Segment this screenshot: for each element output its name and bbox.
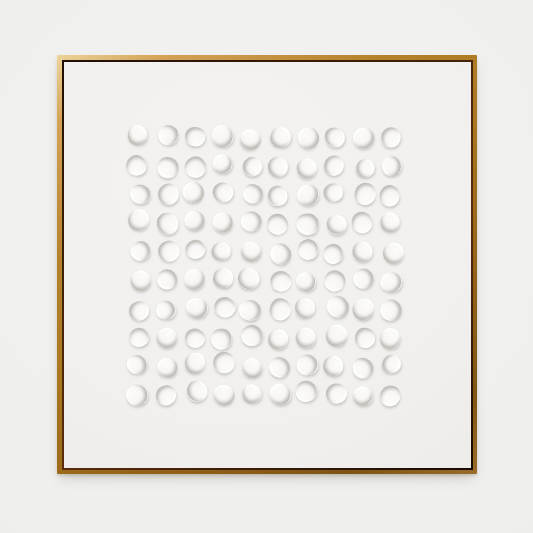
grid-cell (293, 294, 321, 323)
grid-cell (237, 351, 265, 380)
grid-cell (293, 266, 321, 295)
grid-cell (265, 180, 293, 209)
relief-dot (157, 327, 177, 347)
grid-cell (377, 237, 405, 266)
grid-cell (181, 380, 209, 409)
relief-dot-surface (266, 353, 293, 380)
grid-cell (321, 180, 349, 209)
relief-dot (353, 268, 373, 288)
relief-dot-surface (210, 328, 231, 350)
grid-cell (125, 266, 153, 295)
relief-dot-surface (183, 125, 207, 148)
relief-dot (382, 128, 401, 148)
grid-cell (125, 237, 153, 266)
relief-dot (213, 154, 232, 173)
grid-cell (153, 294, 181, 323)
relief-dot-surface (240, 154, 266, 180)
relief-dot (382, 156, 401, 176)
relief-dot-surface (213, 352, 235, 374)
relief-dot-surface (320, 179, 346, 205)
grid-cell (209, 237, 237, 266)
relief-dot (157, 269, 177, 289)
relief-dot (131, 184, 150, 204)
relief-dot (129, 301, 149, 320)
grid-cell (377, 152, 405, 181)
relief-dot-surface (128, 181, 154, 207)
relief-dot-surface (263, 210, 291, 239)
relief-dot (268, 329, 288, 349)
grid-cell (209, 152, 237, 181)
relief-dot-surface (238, 354, 265, 382)
relief-dot-surface (352, 127, 373, 149)
grid-cell (125, 209, 153, 238)
relief-dot-surface (155, 181, 182, 208)
relief-dot (157, 358, 177, 377)
grid-cell (237, 380, 265, 409)
relief-dot-surface (210, 265, 235, 291)
grid-cell (237, 294, 265, 323)
relief-dot-surface (376, 325, 404, 353)
relief-dot (184, 354, 205, 374)
relief-dot (327, 296, 348, 318)
grid-cell (293, 209, 321, 238)
relief-dot (353, 242, 373, 262)
grid-cell (237, 209, 265, 238)
grid-cell (237, 152, 265, 181)
relief-dot-surface (153, 324, 181, 352)
relief-dot (270, 127, 291, 147)
relief-dot-surface (238, 207, 266, 234)
relief-dot (269, 299, 290, 321)
relief-dot-surface (353, 325, 377, 349)
relief-dot (130, 241, 150, 260)
relief-dot-surface (322, 124, 348, 150)
relief-dot (297, 213, 318, 235)
grid-cell (153, 323, 181, 352)
relief-dot (213, 212, 232, 232)
relief-dot-surface (293, 378, 319, 404)
grid-cell (125, 152, 153, 181)
relief-dot-surface (126, 123, 149, 147)
relief-dot (269, 157, 289, 177)
grid-cell (349, 380, 377, 409)
relief-dot-surface (322, 292, 352, 322)
relief-dot-surface (209, 381, 237, 409)
relief-dot-surface (209, 239, 233, 263)
relief-dot-surface (378, 152, 405, 179)
grid-cell (265, 323, 293, 352)
grid-cell (321, 209, 349, 238)
relief-dot (131, 270, 151, 290)
grid-cell (349, 209, 377, 238)
relief-dot-surface (211, 293, 239, 321)
relief-dot-surface (296, 126, 320, 150)
grid-cell (153, 266, 181, 295)
relief-dot-surface (378, 269, 405, 295)
relief-dot-surface (267, 296, 292, 322)
relief-dot (326, 324, 347, 346)
relief-dot (296, 381, 317, 402)
relief-dot-surface (157, 269, 177, 289)
grid-cell (293, 351, 321, 380)
relief-dot (381, 272, 402, 292)
relief-dot (243, 184, 262, 204)
grid-cell (181, 294, 209, 323)
relief-dot-surface (180, 179, 206, 205)
grid-cell (349, 294, 377, 323)
relief-dot-surface (349, 383, 376, 410)
grid-cell (265, 209, 293, 238)
relief-dot (157, 158, 178, 179)
relief-dot-surface (156, 385, 177, 405)
relief-dot-surface (323, 322, 350, 349)
grid-cell (349, 152, 377, 181)
relief-dot (380, 386, 400, 407)
relief-dot (214, 352, 235, 373)
relief-dot-surface (181, 153, 210, 182)
grid-cell (125, 180, 153, 209)
relief-dot-surface (238, 238, 265, 265)
relief-dot-surface (269, 126, 291, 149)
grid-cell (349, 266, 377, 295)
relief-dot (296, 328, 316, 348)
grid-cell (321, 123, 349, 152)
relief-dot (242, 384, 261, 402)
relief-dot-surface (236, 126, 264, 154)
grid-cell (125, 323, 153, 352)
grid-cell (237, 237, 265, 266)
relief-dot (352, 212, 373, 233)
relief-dot-surface (183, 378, 212, 406)
relief-dot-surface (321, 241, 345, 266)
relief-dot (182, 181, 203, 202)
relief-dot (297, 158, 317, 178)
grid-cell (209, 351, 237, 380)
relief-dot-surface (296, 272, 317, 292)
relief-dot (353, 127, 374, 148)
relief-dot (270, 243, 290, 264)
grid-cell (237, 180, 265, 209)
relief-dot (269, 356, 289, 377)
grid-cell (153, 180, 181, 209)
grid-cell (209, 123, 237, 152)
grid-cell (293, 180, 321, 209)
relief-dot (185, 127, 205, 146)
grid-cell (209, 266, 237, 295)
relief-dot-surface (128, 238, 153, 263)
relief-dot (380, 213, 400, 232)
relief-dot (156, 385, 176, 405)
relief-dot (212, 242, 231, 260)
relief-dot-surface (378, 351, 405, 377)
relief-dot (324, 156, 344, 176)
relief-dot (185, 329, 205, 348)
relief-dot (239, 299, 260, 320)
relief-dot (128, 354, 147, 374)
relief-dot (239, 269, 260, 290)
relief-dot-surface (152, 209, 182, 239)
relief-dot (295, 298, 315, 318)
relief-dot (297, 184, 318, 205)
relief-dot-surface (123, 350, 150, 377)
grid-cell (153, 351, 181, 380)
relief-dot (184, 269, 204, 290)
relief-dot-surface (210, 124, 235, 150)
relief-dot-surface (350, 296, 377, 323)
grid-cell (125, 380, 153, 409)
relief-dot-surface (156, 356, 178, 378)
grid-cell (237, 123, 265, 152)
relief-dot-surface (326, 214, 347, 235)
grid-cell (153, 237, 181, 266)
relief-dot-surface (321, 267, 347, 293)
relief-dot (353, 386, 372, 405)
relief-dot-surface (155, 122, 181, 148)
relief-dot-surface (267, 267, 295, 294)
relief-dot (353, 299, 374, 321)
relief-dot (187, 381, 207, 402)
relief-dot (297, 355, 318, 375)
relief-dot-surface (240, 382, 263, 406)
grid-cell (349, 351, 377, 380)
grid-cell (181, 180, 209, 209)
relief-dot (241, 211, 261, 231)
relief-dot-surface (352, 155, 378, 181)
grid-cell (265, 152, 293, 181)
relief-dot (241, 242, 261, 261)
relief-dot (327, 214, 346, 234)
relief-dot-surface (126, 298, 152, 324)
relief-dot-surface (241, 324, 264, 347)
relief-dot-surface (184, 352, 205, 374)
relief-dot-surface (296, 212, 319, 235)
relief-dot (268, 187, 287, 207)
grid-cell (321, 294, 349, 323)
relief-dot (186, 298, 207, 318)
relief-dot (324, 270, 345, 291)
grid-cell (265, 351, 293, 380)
relief-dot-surface (183, 209, 206, 232)
relief-dot-surface (182, 325, 208, 351)
relief-dot-surface (325, 383, 348, 405)
grid-cell (265, 237, 293, 266)
relief-dot-surface (268, 329, 288, 350)
relief-dot (156, 301, 175, 319)
relief-dot-surface (377, 183, 403, 209)
relief-dot (270, 384, 291, 405)
relief-dot (186, 240, 205, 259)
relief-dot (128, 210, 149, 231)
relief-dot-surface (183, 236, 209, 262)
grid-cell (321, 237, 349, 266)
relief-dot-surface (127, 209, 149, 231)
relief-dot-surface (213, 212, 232, 232)
grid-cell (377, 266, 405, 295)
grid-cell (377, 123, 405, 152)
grid-cell (237, 323, 265, 352)
relief-dot-surface (123, 152, 150, 179)
grid-cell (181, 152, 209, 181)
relief-dot-surface (351, 241, 374, 264)
grid-cell (237, 266, 265, 295)
relief-dot-surface (350, 264, 378, 291)
grid-cell (377, 209, 405, 238)
relief-dot-surface (123, 381, 152, 410)
grid-cell (209, 209, 237, 238)
relief-dot-surface (268, 382, 294, 408)
relief-dot-surface (381, 241, 406, 265)
relief-dot (298, 240, 318, 260)
relief-dot-surface (153, 297, 179, 324)
grid-cell (349, 237, 377, 266)
grid-cell (377, 294, 405, 323)
grid-cell (293, 237, 321, 266)
relief-dot-surface (127, 267, 155, 295)
grid-cell (209, 380, 237, 409)
relief-dot-surface (376, 295, 405, 324)
artwork-frame (57, 55, 477, 474)
grid-cell (321, 266, 349, 295)
grid-cell (377, 380, 405, 409)
grid-cell (349, 323, 377, 352)
relief-dot-surface (376, 382, 404, 410)
relief-dot (214, 182, 234, 202)
relief-dot-surface (321, 354, 345, 379)
grid-cell (377, 180, 405, 209)
frame-liner (62, 60, 473, 470)
grid-cell (349, 123, 377, 152)
grid-cell (125, 294, 153, 323)
grid-cell (377, 323, 405, 352)
grid-cell (321, 152, 349, 181)
relief-dot (214, 297, 235, 317)
grid-cell (125, 351, 153, 380)
relief-dot-surface (348, 208, 376, 236)
relief-dot-surface (126, 324, 153, 351)
dot-grid (125, 123, 405, 408)
relief-dot-surface (182, 267, 207, 292)
relief-dot (325, 128, 344, 148)
grid-cell (377, 351, 405, 380)
relief-dot (213, 385, 234, 405)
relief-dot-surface (265, 184, 290, 209)
relief-dot (158, 184, 179, 205)
relief-dot (127, 385, 148, 406)
relief-dot (323, 244, 343, 263)
relief-dot-surface (382, 128, 401, 148)
relief-dot (383, 242, 404, 263)
relief-dot-surface (211, 179, 237, 205)
relief-dot (382, 355, 401, 373)
relief-dot (240, 130, 261, 150)
relief-dot (355, 327, 375, 347)
relief-dot-surface (185, 297, 209, 320)
relief-dot-surface (265, 153, 292, 180)
relief-dot-surface (237, 267, 262, 292)
relief-dot-surface (266, 239, 295, 268)
grid-cell (293, 123, 321, 152)
relief-dot-surface (379, 211, 401, 234)
grid-cell (181, 351, 209, 380)
relief-dot (323, 356, 343, 376)
relief-dot (242, 358, 262, 377)
grid-cell (265, 266, 293, 295)
grid-cell (265, 123, 293, 152)
grid-cell (209, 323, 237, 352)
relief-dot-surface (293, 351, 321, 380)
grid-cell (321, 380, 349, 409)
grid-cell (153, 123, 181, 152)
grid-cell (181, 123, 209, 152)
relief-dot-surface (322, 154, 346, 178)
photo-backdrop (0, 0, 533, 533)
relief-dot (298, 127, 319, 148)
grid-cell (293, 380, 321, 409)
relief-dot (354, 184, 375, 206)
relief-dot (128, 125, 148, 144)
relief-dot (212, 126, 233, 148)
grid-cell (349, 180, 377, 209)
relief-dot (158, 125, 178, 144)
relief-dot (158, 240, 179, 261)
artwork-canvas (64, 62, 471, 468)
relief-dot-surface (155, 238, 181, 265)
grid-cell (125, 123, 153, 152)
grid-cell (181, 323, 209, 352)
grid-cell (209, 180, 237, 209)
grid-cell (293, 152, 321, 181)
relief-dot (355, 159, 374, 177)
grid-cell (209, 294, 237, 323)
relief-dot (380, 185, 400, 206)
relief-dot-surface (235, 295, 265, 325)
relief-dot (380, 300, 401, 321)
relief-dot (324, 183, 343, 201)
relief-dot (270, 270, 291, 290)
relief-dot (353, 358, 373, 379)
relief-dot-surface (295, 237, 321, 263)
relief-dot (185, 157, 206, 178)
relief-dot-surface (241, 182, 265, 206)
relief-dot-surface (350, 355, 376, 380)
relief-dot-surface (212, 153, 233, 174)
grid-cell (321, 351, 349, 380)
grid-cell (265, 294, 293, 323)
relief-dot-surface (294, 326, 317, 350)
relief-dot-surface (296, 158, 317, 179)
relief-dot (130, 328, 149, 347)
relief-dot (326, 384, 347, 404)
grid-cell (153, 152, 181, 181)
relief-dot-surface (156, 157, 178, 180)
relief-dot (267, 214, 288, 234)
relief-dot-surface (296, 183, 321, 207)
grid-cell (153, 380, 181, 409)
relief-dot-surface (352, 181, 379, 208)
relief-dot (184, 210, 204, 230)
grid-cell (293, 323, 321, 352)
grid-cell (153, 209, 181, 238)
relief-dot (127, 155, 147, 175)
relief-dot (296, 273, 315, 292)
grid-cell (181, 266, 209, 295)
relief-dot (157, 213, 178, 235)
relief-dot-surface (294, 298, 316, 319)
grid-cell (265, 380, 293, 409)
relief-dot (243, 158, 262, 177)
grid-cell (181, 209, 209, 238)
relief-dot (241, 325, 262, 346)
